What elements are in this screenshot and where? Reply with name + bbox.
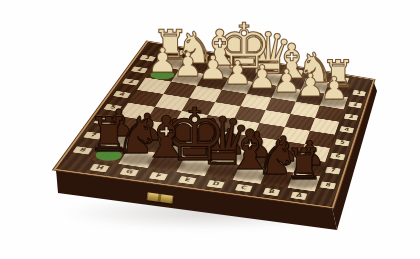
rank-label: 6: [330, 153, 345, 161]
file-label: C: [289, 69, 303, 76]
file-label: F: [218, 57, 233, 64]
file-label: H: [90, 164, 110, 173]
rank-label: 7: [83, 132, 102, 140]
rank-label: 8: [320, 181, 336, 189]
file-label: C: [235, 184, 253, 192]
file-label: H: [169, 48, 185, 55]
file-label: B: [263, 188, 280, 196]
file-label: A: [290, 192, 307, 200]
product-photo-chess-set: HGFEDCBAHGFEDCBA1234567812345678 ♜♞♝♛♚♝♞…: [0, 0, 420, 259]
file-label: D: [207, 180, 225, 188]
file-label: G: [119, 168, 139, 176]
rank-label: 7: [325, 167, 341, 175]
rank-label: 5: [103, 104, 121, 112]
rank-label: 3: [344, 114, 358, 121]
rank-label: 2: [131, 66, 148, 73]
file-label: D: [266, 65, 281, 72]
file-label: E: [242, 61, 257, 68]
rank-label: 8: [72, 146, 92, 154]
rank-label: 4: [113, 91, 131, 98]
file-label: F: [149, 172, 168, 180]
file-label: B: [312, 72, 326, 79]
rank-label: 2: [348, 101, 362, 108]
rank-label: 5: [335, 139, 350, 146]
rank-label: 4: [339, 126, 354, 133]
rank-label: 1: [352, 90, 366, 97]
rank-label: 6: [94, 117, 113, 125]
file-label: G: [193, 53, 209, 60]
file-label: E: [178, 176, 197, 184]
square-a8: [288, 173, 320, 192]
file-label: A: [335, 76, 349, 82]
rank-label: 3: [122, 78, 140, 85]
rank-label: 1: [139, 55, 156, 62]
